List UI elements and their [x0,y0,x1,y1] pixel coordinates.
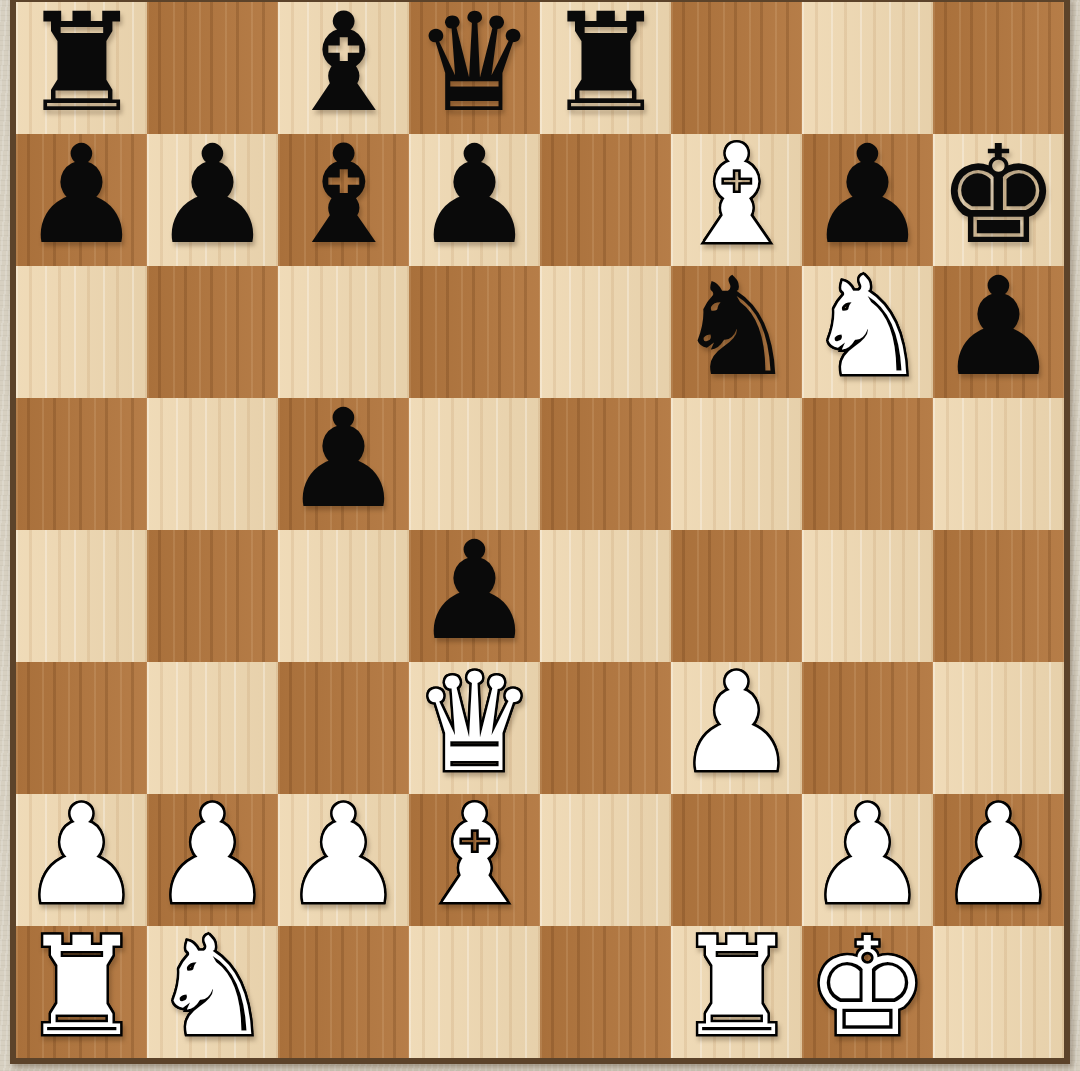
square-b4[interactable] [147,530,278,662]
square-g3[interactable] [802,662,933,794]
piece-black-pawn-c5[interactable]: ♟ [283,398,405,527]
piece-white-pawn-f3[interactable]: ♟ [676,662,798,791]
square-f1[interactable]: ♜ [671,926,802,1058]
piece-white-pawn-b2[interactable]: ♟ [152,794,274,923]
piece-black-queen-d8[interactable]: ♛ [414,2,536,131]
piece-white-pawn-g2[interactable]: ♟ [807,794,929,923]
piece-black-pawn-g7[interactable]: ♟ [807,134,929,263]
square-f6[interactable]: ♞ [671,266,802,398]
piece-white-king-g1[interactable]: ♚ [807,926,929,1055]
square-e7[interactable] [540,134,671,266]
square-f2[interactable] [671,794,802,926]
square-c7[interactable]: ♝ [278,134,409,266]
square-g8[interactable] [802,2,933,134]
piece-white-knight-g6[interactable]: ♞ [807,266,929,395]
square-e4[interactable] [540,530,671,662]
square-e5[interactable] [540,398,671,530]
square-a7[interactable]: ♟ [16,134,147,266]
square-b8[interactable] [147,2,278,134]
piece-white-pawn-h2[interactable]: ♟ [938,794,1060,923]
square-f7[interactable]: ♝ [671,134,802,266]
square-d3[interactable]: ♛ [409,662,540,794]
square-f4[interactable] [671,530,802,662]
square-h8[interactable] [933,2,1064,134]
square-c1[interactable] [278,926,409,1058]
square-a4[interactable] [16,530,147,662]
square-a1[interactable]: ♜ [16,926,147,1058]
piece-black-king-h7[interactable]: ♚ [938,134,1060,263]
square-f5[interactable] [671,398,802,530]
square-e8[interactable]: ♜ [540,2,671,134]
square-d7[interactable]: ♟ [409,134,540,266]
square-h4[interactable] [933,530,1064,662]
piece-white-pawn-a2[interactable]: ♟ [21,794,143,923]
square-a6[interactable] [16,266,147,398]
square-d4[interactable]: ♟ [409,530,540,662]
square-c3[interactable] [278,662,409,794]
square-a2[interactable]: ♟ [16,794,147,926]
piece-white-rook-a1[interactable]: ♜ [21,926,143,1055]
piece-black-rook-e8[interactable]: ♜ [545,2,667,131]
square-b5[interactable] [147,398,278,530]
piece-black-pawn-b7[interactable]: ♟ [152,134,274,263]
square-h2[interactable]: ♟ [933,794,1064,926]
square-h1[interactable] [933,926,1064,1058]
square-d5[interactable] [409,398,540,530]
piece-black-pawn-h6[interactable]: ♟ [938,266,1060,395]
square-h7[interactable]: ♚ [933,134,1064,266]
piece-black-bishop-c7[interactable]: ♝ [283,134,405,263]
piece-white-rook-f1[interactable]: ♜ [676,926,798,1055]
piece-black-pawn-d4[interactable]: ♟ [414,530,536,659]
square-a8[interactable]: ♜ [16,2,147,134]
square-h6[interactable]: ♟ [933,266,1064,398]
piece-black-bishop-c8[interactable]: ♝ [283,2,405,131]
square-g1[interactable]: ♚ [802,926,933,1058]
piece-white-queen-d3[interactable]: ♛ [414,662,536,791]
square-h3[interactable] [933,662,1064,794]
square-d6[interactable] [409,266,540,398]
square-e1[interactable] [540,926,671,1058]
square-c8[interactable]: ♝ [278,2,409,134]
square-d2[interactable]: ♝ [409,794,540,926]
piece-white-bishop-f7[interactable]: ♝ [676,134,798,263]
square-f3[interactable]: ♟ [671,662,802,794]
square-h5[interactable] [933,398,1064,530]
chess-board: ♜♝♛♜♟♟♝♟♝♟♚♞♞♟♟♟♛♟♟♟♟♝♟♟♜♞♜♚ [16,2,1064,1058]
square-d1[interactable] [409,926,540,1058]
square-e3[interactable] [540,662,671,794]
piece-white-bishop-d2[interactable]: ♝ [414,794,536,923]
square-a3[interactable] [16,662,147,794]
square-c5[interactable]: ♟ [278,398,409,530]
square-g7[interactable]: ♟ [802,134,933,266]
piece-black-pawn-a7[interactable]: ♟ [21,134,143,263]
square-b6[interactable] [147,266,278,398]
square-b1[interactable]: ♞ [147,926,278,1058]
square-d8[interactable]: ♛ [409,2,540,134]
square-a5[interactable] [16,398,147,530]
square-c2[interactable]: ♟ [278,794,409,926]
square-g5[interactable] [802,398,933,530]
piece-black-rook-a8[interactable]: ♜ [21,2,143,131]
piece-white-knight-b1[interactable]: ♞ [152,926,274,1055]
piece-black-knight-f6[interactable]: ♞ [676,266,798,395]
square-g6[interactable]: ♞ [802,266,933,398]
square-g2[interactable]: ♟ [802,794,933,926]
square-c6[interactable] [278,266,409,398]
square-f8[interactable] [671,2,802,134]
piece-black-pawn-d7[interactable]: ♟ [414,134,536,263]
chess-board-frame: ♜♝♛♜♟♟♝♟♝♟♚♞♞♟♟♟♛♟♟♟♟♝♟♟♜♞♜♚ [10,0,1070,1064]
square-g4[interactable] [802,530,933,662]
piece-white-pawn-c2[interactable]: ♟ [283,794,405,923]
square-b3[interactable] [147,662,278,794]
square-e2[interactable] [540,794,671,926]
square-c4[interactable] [278,530,409,662]
square-b7[interactable]: ♟ [147,134,278,266]
square-b2[interactable]: ♟ [147,794,278,926]
square-e6[interactable] [540,266,671,398]
